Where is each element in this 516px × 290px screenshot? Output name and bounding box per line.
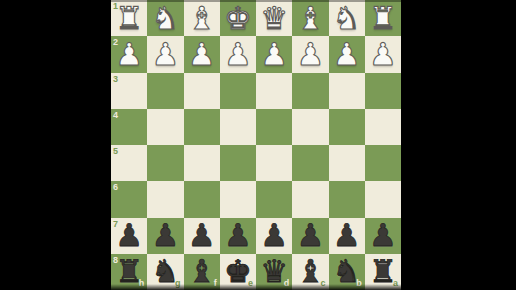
black-pawn[interactable]: ♟ — [111, 218, 147, 254]
square-c1[interactable]: ♝ — [292, 0, 328, 36]
white-pawn[interactable]: ♟ — [365, 36, 401, 72]
square-d3[interactable] — [256, 73, 292, 109]
square-f6[interactable] — [184, 181, 220, 217]
square-b6[interactable] — [329, 181, 365, 217]
square-d7[interactable]: ♟ — [256, 218, 292, 254]
square-b2[interactable]: ♟ — [329, 36, 365, 72]
white-pawn[interactable]: ♟ — [111, 36, 147, 72]
square-g2[interactable]: ♟ — [147, 36, 183, 72]
square-c2[interactable]: ♟ — [292, 36, 328, 72]
square-a1[interactable]: ♜ — [365, 0, 401, 36]
black-pawn[interactable]: ♟ — [329, 218, 365, 254]
white-king[interactable]: ♚ — [220, 0, 256, 36]
video-frame: 1♜♞♝♚♛♝♞♜2♟♟♟♟♟♟♟♟34567♟♟♟♟♟♟♟♟8h♜g♞f♝e♚… — [0, 0, 516, 290]
black-king[interactable]: ♚ — [220, 254, 256, 290]
square-e4[interactable] — [220, 109, 256, 145]
square-c4[interactable] — [292, 109, 328, 145]
chess-board: 1♜♞♝♚♛♝♞♜2♟♟♟♟♟♟♟♟34567♟♟♟♟♟♟♟♟8h♜g♞f♝e♚… — [111, 0, 401, 290]
square-g6[interactable] — [147, 181, 183, 217]
square-e3[interactable] — [220, 73, 256, 109]
rank-label-6: 6 — [113, 183, 118, 192]
square-e2[interactable]: ♟ — [220, 36, 256, 72]
black-rook[interactable]: ♜ — [111, 254, 147, 290]
square-h7[interactable]: 7♟ — [111, 218, 147, 254]
square-g5[interactable] — [147, 145, 183, 181]
white-pawn[interactable]: ♟ — [329, 36, 365, 72]
square-c8[interactable]: c♝ — [292, 254, 328, 290]
square-f1[interactable]: ♝ — [184, 0, 220, 36]
square-d4[interactable] — [256, 109, 292, 145]
square-a5[interactable] — [365, 145, 401, 181]
square-g4[interactable] — [147, 109, 183, 145]
square-g3[interactable] — [147, 73, 183, 109]
square-a3[interactable] — [365, 73, 401, 109]
square-h1[interactable]: 1♜ — [111, 0, 147, 36]
square-b4[interactable] — [329, 109, 365, 145]
black-pawn[interactable]: ♟ — [365, 218, 401, 254]
square-a7[interactable]: ♟ — [365, 218, 401, 254]
square-b7[interactable]: ♟ — [329, 218, 365, 254]
black-rook[interactable]: ♜ — [365, 254, 401, 290]
square-d8[interactable]: d♛ — [256, 254, 292, 290]
square-b8[interactable]: b♞ — [329, 254, 365, 290]
square-h3[interactable]: 3 — [111, 73, 147, 109]
square-f3[interactable] — [184, 73, 220, 109]
white-pawn[interactable]: ♟ — [292, 36, 328, 72]
rank-label-5: 5 — [113, 147, 118, 156]
square-a8[interactable]: a♜ — [365, 254, 401, 290]
white-pawn[interactable]: ♟ — [147, 36, 183, 72]
square-f5[interactable] — [184, 145, 220, 181]
black-pawn[interactable]: ♟ — [256, 218, 292, 254]
square-c7[interactable]: ♟ — [292, 218, 328, 254]
white-knight[interactable]: ♞ — [147, 0, 183, 36]
square-h5[interactable]: 5 — [111, 145, 147, 181]
square-f2[interactable]: ♟ — [184, 36, 220, 72]
black-queen[interactable]: ♛ — [256, 254, 292, 290]
rank-label-3: 3 — [113, 75, 118, 84]
square-e5[interactable] — [220, 145, 256, 181]
square-a4[interactable] — [365, 109, 401, 145]
square-f7[interactable]: ♟ — [184, 218, 220, 254]
black-knight[interactable]: ♞ — [329, 254, 365, 290]
square-g7[interactable]: ♟ — [147, 218, 183, 254]
white-knight[interactable]: ♞ — [329, 0, 365, 36]
square-h4[interactable]: 4 — [111, 109, 147, 145]
square-b1[interactable]: ♞ — [329, 0, 365, 36]
square-h2[interactable]: 2♟ — [111, 36, 147, 72]
white-queen[interactable]: ♛ — [256, 0, 292, 36]
white-bishop[interactable]: ♝ — [292, 0, 328, 36]
square-f4[interactable] — [184, 109, 220, 145]
black-bishop[interactable]: ♝ — [184, 254, 220, 290]
square-c6[interactable] — [292, 181, 328, 217]
square-g8[interactable]: g♞ — [147, 254, 183, 290]
square-a2[interactable]: ♟ — [365, 36, 401, 72]
square-d2[interactable]: ♟ — [256, 36, 292, 72]
square-g1[interactable]: ♞ — [147, 0, 183, 36]
black-pawn[interactable]: ♟ — [220, 218, 256, 254]
square-h8[interactable]: 8h♜ — [111, 254, 147, 290]
white-rook[interactable]: ♜ — [365, 0, 401, 36]
square-d5[interactable] — [256, 145, 292, 181]
black-pawn[interactable]: ♟ — [147, 218, 183, 254]
square-e6[interactable] — [220, 181, 256, 217]
black-pawn[interactable]: ♟ — [292, 218, 328, 254]
rank-label-4: 4 — [113, 111, 118, 120]
square-f8[interactable]: f♝ — [184, 254, 220, 290]
white-bishop[interactable]: ♝ — [184, 0, 220, 36]
black-knight[interactable]: ♞ — [147, 254, 183, 290]
white-pawn[interactable]: ♟ — [256, 36, 292, 72]
black-bishop[interactable]: ♝ — [292, 254, 328, 290]
square-e1[interactable]: ♚ — [220, 0, 256, 36]
square-a6[interactable] — [365, 181, 401, 217]
black-pawn[interactable]: ♟ — [184, 218, 220, 254]
square-e8[interactable]: e♚ — [220, 254, 256, 290]
white-rook[interactable]: ♜ — [111, 0, 147, 36]
square-b5[interactable] — [329, 145, 365, 181]
square-d1[interactable]: ♛ — [256, 0, 292, 36]
white-pawn[interactable]: ♟ — [184, 36, 220, 72]
white-pawn[interactable]: ♟ — [220, 36, 256, 72]
square-h6[interactable]: 6 — [111, 181, 147, 217]
square-b3[interactable] — [329, 73, 365, 109]
square-c5[interactable] — [292, 145, 328, 181]
square-d6[interactable] — [256, 181, 292, 217]
square-e7[interactable]: ♟ — [220, 218, 256, 254]
square-c3[interactable] — [292, 73, 328, 109]
